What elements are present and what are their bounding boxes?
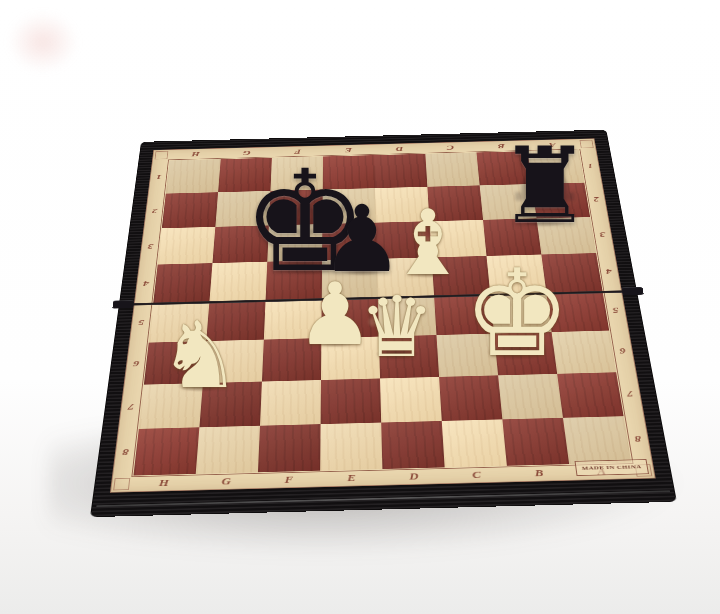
square-d1[interactable]: [374, 154, 427, 188]
square-c8[interactable]: [442, 419, 507, 467]
square-h1[interactable]: [166, 159, 221, 193]
square-d7[interactable]: [380, 377, 442, 423]
square-h4[interactable]: [153, 263, 212, 303]
white-queen-piece[interactable]: ♛: [359, 285, 434, 369]
corner-box: [113, 478, 130, 491]
square-h3[interactable]: [158, 227, 216, 265]
square-h2[interactable]: [162, 192, 218, 228]
product-photo-background: HGFEDCBA1122334455667788HGFEDCBA MADE IN…: [0, 0, 720, 614]
square-b8[interactable]: [502, 418, 569, 466]
file-label-bottom-c: C: [445, 466, 509, 484]
made-in-china-label: MADE IN CHINA: [575, 459, 649, 476]
white-knight-piece[interactable]: ♞: [159, 310, 241, 402]
file-label-bottom-e: E: [320, 469, 383, 487]
square-f7[interactable]: [260, 380, 321, 426]
corner-box: [155, 151, 169, 159]
square-e8[interactable]: [320, 423, 382, 471]
file-label-bottom-d: D: [382, 467, 445, 485]
square-d8[interactable]: [381, 421, 444, 469]
hinge-right: [621, 287, 644, 295]
square-h8[interactable]: [133, 427, 199, 475]
border-corner: [152, 149, 171, 161]
file-label-bottom-g: G: [194, 472, 258, 490]
white-king-piece[interactable]: ♚: [463, 254, 571, 374]
square-f8[interactable]: [258, 424, 321, 472]
file-label-bottom-b: B: [507, 464, 571, 482]
file-label-bottom-h: H: [132, 474, 196, 492]
black-rook-piece[interactable]: ♜: [498, 134, 592, 239]
hinge-left: [112, 300, 134, 308]
file-label-bottom-f: F: [257, 471, 320, 489]
square-c1[interactable]: [425, 152, 479, 186]
border-corner: [110, 476, 134, 493]
square-a8[interactable]: [563, 416, 631, 464]
square-g8[interactable]: [196, 426, 260, 474]
square-e7[interactable]: [321, 378, 382, 424]
white-bishop-piece[interactable]: ♝: [388, 198, 469, 288]
lens-flare: [8, 12, 78, 72]
